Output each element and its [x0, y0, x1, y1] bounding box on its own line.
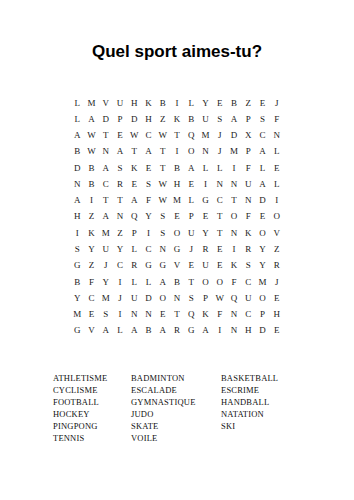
grid-cell[interactable]: A	[127, 323, 141, 339]
grid-cell[interactable]: U	[198, 258, 212, 274]
grid-cell[interactable]: Q	[127, 209, 141, 225]
grid-cell[interactable]: E	[198, 209, 212, 225]
grid-cell[interactable]: M	[255, 274, 269, 290]
grid-cell[interactable]: G	[70, 323, 84, 339]
grid-cell[interactable]: K	[170, 111, 184, 127]
grid-cell[interactable]: A	[84, 111, 98, 127]
word-list-item: ESCRIME	[221, 384, 278, 396]
grid-cell[interactable]: L	[184, 95, 198, 111]
grid-cell[interactable]: I	[70, 225, 84, 241]
word-list-item: JUDO	[131, 408, 196, 420]
grid-cell[interactable]: T	[213, 225, 227, 241]
grid-cell[interactable]: L	[184, 193, 198, 209]
puzzle-title: Quel sport aimes-tu?	[0, 42, 354, 62]
grid-cell[interactable]: U	[184, 225, 198, 241]
grid-cell[interactable]: B	[170, 274, 184, 290]
grid-cell[interactable]: N	[213, 176, 227, 192]
grid-cell[interactable]: E	[270, 160, 284, 176]
grid-cell[interactable]: Z	[156, 111, 170, 127]
grid-cell[interactable]: H	[141, 111, 155, 127]
word-list-item: VOILE	[131, 432, 196, 444]
grid-cell[interactable]: G	[184, 323, 198, 339]
grid-cell[interactable]: P	[241, 111, 255, 127]
grid-cell[interactable]: A	[99, 209, 113, 225]
grid-cell[interactable]: V	[270, 225, 284, 241]
grid-cell[interactable]: I	[84, 193, 98, 209]
grid-cell[interactable]: L	[141, 274, 155, 290]
grid-cell[interactable]: Y	[84, 241, 98, 257]
grid-cell[interactable]: B	[184, 111, 198, 127]
word-list-item: BADMINTON	[131, 372, 196, 384]
grid-cell[interactable]: N	[127, 306, 141, 322]
grid-cell[interactable]: D	[141, 290, 155, 306]
grid-cell[interactable]: L	[270, 144, 284, 160]
grid-cell[interactable]: A	[255, 176, 269, 192]
grid-cell[interactable]: V	[84, 323, 98, 339]
grid-cell[interactable]: A	[99, 323, 113, 339]
grid-cell[interactable]: N	[241, 193, 255, 209]
grid-cell[interactable]: T	[127, 144, 141, 160]
grid-cell[interactable]: S	[184, 290, 198, 306]
grid-cell[interactable]: R	[170, 323, 184, 339]
grid-cell[interactable]: Q	[227, 290, 241, 306]
grid-cell[interactable]: I	[141, 225, 155, 241]
grid-cell[interactable]: B	[84, 176, 98, 192]
grid-cell[interactable]: A	[70, 193, 84, 209]
grid-cell[interactable]: F	[241, 209, 255, 225]
grid-cell[interactable]: T	[213, 209, 227, 225]
word-list-item: TENNIS	[53, 432, 107, 444]
grid-cell[interactable]: Y	[141, 209, 155, 225]
grid-cell[interactable]: A	[255, 144, 269, 160]
grid-cell[interactable]: Q	[184, 306, 198, 322]
grid-cell[interactable]: N	[198, 144, 212, 160]
grid-cell[interactable]: A	[113, 144, 127, 160]
grid-cell[interactable]: K	[198, 306, 212, 322]
grid-cell[interactable]: H	[127, 95, 141, 111]
grid-cell[interactable]: L	[127, 241, 141, 257]
grid-cell[interactable]: C	[113, 258, 127, 274]
grid-cell[interactable]: K	[141, 95, 155, 111]
grid-cell[interactable]: E	[127, 176, 141, 192]
grid-cell[interactable]: I	[213, 323, 227, 339]
grid-cell[interactable]: B	[84, 160, 98, 176]
grid-cell[interactable]: I	[270, 193, 284, 209]
grid-cell[interactable]: F	[241, 160, 255, 176]
grid-cell[interactable]: I	[170, 144, 184, 160]
grid-cell[interactable]: B	[170, 160, 184, 176]
grid-cell[interactable]: V	[170, 258, 184, 274]
grid-cell[interactable]: O	[184, 144, 198, 160]
grid-cell[interactable]: S	[156, 209, 170, 225]
grid-cell[interactable]: N	[227, 306, 241, 322]
grid-cell[interactable]: R	[270, 258, 284, 274]
grid-cell[interactable]: L	[255, 160, 269, 176]
grid-cell[interactable]: X	[241, 128, 255, 144]
grid-cell[interactable]: W	[156, 176, 170, 192]
grid-cell[interactable]: C	[255, 128, 269, 144]
word-list-item: NATATION	[221, 408, 278, 420]
grid-cell[interactable]: O	[156, 290, 170, 306]
grid-cell[interactable]: L	[213, 160, 227, 176]
grid-cell[interactable]: J	[270, 95, 284, 111]
grid-cell[interactable]: J	[184, 241, 198, 257]
grid-cell[interactable]: E	[84, 306, 98, 322]
grid-cell[interactable]: H	[70, 209, 84, 225]
grid-cell[interactable]: G	[156, 258, 170, 274]
grid-cell[interactable]: E	[184, 176, 198, 192]
grid-cell[interactable]: N	[113, 209, 127, 225]
grid-cell[interactable]: F	[213, 306, 227, 322]
grid-cell[interactable]: L	[270, 176, 284, 192]
grid-cell[interactable]: E	[255, 95, 269, 111]
grid-cell[interactable]: T	[156, 160, 170, 176]
grid-cell[interactable]: T	[113, 193, 127, 209]
grid-cell[interactable]: T	[227, 193, 241, 209]
word-list-column: ATHLETISMECYCLISMEFOOTBALLHOCKEYPINGPONG…	[53, 372, 107, 445]
grid-cell[interactable]: B	[70, 274, 84, 290]
grid-cell[interactable]: A	[198, 323, 212, 339]
grid-cell[interactable]: S	[255, 111, 269, 127]
grid-cell[interactable]: P	[198, 290, 212, 306]
grid-cell[interactable]: M	[198, 128, 212, 144]
word-list-item: HOCKEY	[53, 408, 107, 420]
grid-cell[interactable]: N	[270, 128, 284, 144]
grid-cell[interactable]: O	[270, 209, 284, 225]
grid-cell[interactable]: E	[170, 209, 184, 225]
grid-cell[interactable]: A	[184, 160, 198, 176]
grid-cell[interactable]: S	[99, 306, 113, 322]
grid-cell[interactable]: N	[99, 144, 113, 160]
word-list-item: ESCALADE	[131, 384, 196, 396]
grid-cell[interactable]: Y	[198, 225, 212, 241]
grid-cell[interactable]: P	[241, 144, 255, 160]
grid-cell[interactable]: Z	[84, 258, 98, 274]
grid-cell[interactable]: P	[113, 111, 127, 127]
grid-cell[interactable]: T	[99, 193, 113, 209]
grid-cell[interactable]: H	[241, 323, 255, 339]
grid-cell[interactable]: R	[198, 241, 212, 257]
grid-cell[interactable]: T	[170, 306, 184, 322]
grid-cell[interactable]: M	[99, 290, 113, 306]
grid-cell[interactable]: C	[213, 193, 227, 209]
grid-cell[interactable]: I	[227, 241, 241, 257]
grid-cell[interactable]: N	[156, 241, 170, 257]
grid-cell[interactable]: P	[127, 225, 141, 241]
grid-cell[interactable]: F	[227, 274, 241, 290]
grid-cell[interactable]: W	[84, 128, 98, 144]
word-list-item: FOOTBALL	[53, 396, 107, 408]
grid-cell[interactable]: O	[255, 290, 269, 306]
grid-cell[interactable]: B	[70, 144, 84, 160]
grid-cell[interactable]: I	[170, 95, 184, 111]
grid-cell[interactable]: R	[113, 176, 127, 192]
grid-cell[interactable]: S	[213, 111, 227, 127]
grid-cell[interactable]: N	[227, 323, 241, 339]
grid-cell[interactable]: T	[99, 128, 113, 144]
grid-cell[interactable]: I	[113, 274, 127, 290]
grid-cell[interactable]: R	[127, 258, 141, 274]
word-list-item: ATHLETISME	[53, 372, 107, 384]
grid-cell[interactable]: G	[170, 241, 184, 257]
grid-cell[interactable]: Y	[255, 241, 269, 257]
grid-cell[interactable]: Z	[270, 241, 284, 257]
grid-cell[interactable]: W	[156, 193, 170, 209]
grid-cell[interactable]: S	[113, 160, 127, 176]
grid-cell[interactable]: L	[70, 111, 84, 127]
grid-cell[interactable]: O	[255, 225, 269, 241]
grid-cell[interactable]: P	[255, 306, 269, 322]
grid-cell[interactable]: N	[170, 290, 184, 306]
grid-cell[interactable]: S	[156, 225, 170, 241]
grid-cell[interactable]: E	[255, 209, 269, 225]
grid-cell[interactable]: F	[141, 193, 155, 209]
grid-cell[interactable]: M	[99, 225, 113, 241]
grid-cell[interactable]: C	[99, 176, 113, 192]
grid-cell[interactable]: D	[99, 111, 113, 127]
grid-cell[interactable]: E	[184, 258, 198, 274]
grid-cell[interactable]: D	[255, 193, 269, 209]
grid-cell[interactable]: H	[170, 176, 184, 192]
grid-cell[interactable]: E	[141, 160, 155, 176]
grid-cell[interactable]: O	[213, 274, 227, 290]
grid-cell[interactable]: K	[84, 225, 98, 241]
grid-cell[interactable]: U	[241, 290, 255, 306]
grid-cell[interactable]: A	[227, 111, 241, 127]
grid-cell[interactable]: E	[113, 128, 127, 144]
grid-cell[interactable]: Q	[184, 128, 198, 144]
word-list-item: BASKETBALL	[221, 372, 278, 384]
grid-cell[interactable]: A	[156, 274, 170, 290]
grid-cell[interactable]: A	[70, 128, 84, 144]
grid-cell[interactable]: B	[141, 323, 155, 339]
grid-cell[interactable]: D	[227, 128, 241, 144]
word-list-item: PINGPONG	[53, 420, 107, 432]
grid-cell[interactable]: Y	[99, 274, 113, 290]
grid-cell[interactable]: T	[170, 128, 184, 144]
word-list-item: HANDBALL	[221, 396, 278, 408]
grid-cell[interactable]: U	[127, 290, 141, 306]
grid-cell[interactable]: Y	[198, 95, 212, 111]
grid-cell[interactable]: N	[227, 225, 241, 241]
grid-cell[interactable]: S	[241, 258, 255, 274]
grid-cell[interactable]: U	[99, 241, 113, 257]
grid-cell[interactable]: E	[213, 258, 227, 274]
grid-cell[interactable]: B	[227, 95, 241, 111]
grid-cell[interactable]: J	[213, 144, 227, 160]
grid-cell[interactable]: K	[127, 160, 141, 176]
grid-cell[interactable]: C	[241, 274, 255, 290]
grid-cell[interactable]: W	[156, 128, 170, 144]
grid-cell[interactable]: G	[141, 258, 155, 274]
grid-cell[interactable]: F	[84, 274, 98, 290]
grid-cell[interactable]: J	[113, 290, 127, 306]
grid-cell[interactable]: L	[70, 95, 84, 111]
grid-cell[interactable]: J	[270, 274, 284, 290]
word-list-item: CYCLISME	[53, 384, 107, 396]
grid-cell[interactable]: E	[213, 241, 227, 257]
grid-cell[interactable]: C	[141, 241, 155, 257]
grid-cell[interactable]: J	[213, 128, 227, 144]
grid-cell[interactable]: C	[241, 306, 255, 322]
grid-cell[interactable]: M	[84, 95, 98, 111]
grid-cell[interactable]: O	[170, 225, 184, 241]
grid-cell[interactable]: Y	[113, 241, 127, 257]
grid-cell[interactable]: E	[270, 323, 284, 339]
grid-cell[interactable]: N	[70, 176, 84, 192]
grid-cell[interactable]: Z	[113, 225, 127, 241]
grid-cell[interactable]: E	[213, 95, 227, 111]
grid-cell[interactable]: C	[141, 128, 155, 144]
grid-cell[interactable]: Y	[255, 258, 269, 274]
grid-cell[interactable]: G	[70, 258, 84, 274]
word-list-item: GYMNASTIQUE	[131, 396, 196, 408]
grid-cell[interactable]: W	[84, 144, 98, 160]
grid-cell[interactable]: G	[198, 193, 212, 209]
grid-cell[interactable]: D	[127, 111, 141, 127]
grid-cell[interactable]: D	[255, 323, 269, 339]
grid-cell[interactable]: W	[127, 128, 141, 144]
word-list-column: BASKETBALLESCRIMEHANDBALLNATATIONSKI	[221, 372, 278, 432]
grid-cell[interactable]: Z	[241, 95, 255, 111]
grid-cell[interactable]: I	[113, 306, 127, 322]
grid-cell[interactable]: C	[84, 290, 98, 306]
grid-cell[interactable]: D	[70, 160, 84, 176]
grid-cell[interactable]: H	[270, 306, 284, 322]
grid-cell[interactable]: R	[241, 241, 255, 257]
grid-cell[interactable]: L	[113, 323, 127, 339]
grid-cell[interactable]: S	[70, 241, 84, 257]
grid-cell[interactable]: K	[227, 258, 241, 274]
grid-cell[interactable]: J	[99, 258, 113, 274]
grid-cell[interactable]: M	[70, 306, 84, 322]
grid-cell[interactable]: A	[127, 193, 141, 209]
grid-cell[interactable]: S	[141, 176, 155, 192]
grid-cell[interactable]: A	[141, 144, 155, 160]
grid-cell[interactable]: O	[198, 274, 212, 290]
grid-cell[interactable]: E	[156, 306, 170, 322]
grid-cell[interactable]: T	[184, 274, 198, 290]
grid-cell[interactable]: M	[227, 144, 241, 160]
grid-cell[interactable]: N	[141, 306, 155, 322]
grid-cell[interactable]: U	[198, 111, 212, 127]
word-list-item: SKI	[221, 420, 278, 432]
grid-cell[interactable]: E	[270, 290, 284, 306]
grid-cell[interactable]: A	[99, 160, 113, 176]
word-list-column: BADMINTONESCALADEGYMNASTIQUEJUDOSKATEVOI…	[131, 372, 196, 445]
grid-cell[interactable]: I	[198, 176, 212, 192]
grid-cell[interactable]: U	[113, 95, 127, 111]
grid-cell[interactable]: W	[213, 290, 227, 306]
word-search-grid: LMVUHKBILYEBZEJLADPDHZKBUSAPSFAWTEWCWTQM…	[70, 95, 284, 339]
grid-cell[interactable]: L	[198, 160, 212, 176]
grid-cell[interactable]: I	[227, 160, 241, 176]
grid-cell[interactable]: V	[99, 95, 113, 111]
grid-cell[interactable]: T	[156, 144, 170, 160]
word-list: ATHLETISMECYCLISMEFOOTBALLHOCKEYPINGPONG…	[0, 372, 354, 448]
word-list-item: SKATE	[131, 420, 196, 432]
grid-cell[interactable]: O	[227, 209, 241, 225]
grid-cell[interactable]: A	[156, 323, 170, 339]
worksheet-page: Quel sport aimes-tu? LMVUHKBILYEBZEJLADP…	[0, 0, 354, 500]
grid-cell[interactable]: M	[170, 193, 184, 209]
grid-cell[interactable]: U	[241, 176, 255, 192]
grid-cell[interactable]: Y	[70, 290, 84, 306]
grid-cell[interactable]: K	[241, 225, 255, 241]
grid-cell[interactable]: F	[270, 111, 284, 127]
grid-cell[interactable]: N	[227, 176, 241, 192]
grid-cell[interactable]: Z	[84, 209, 98, 225]
grid-cell[interactable]: P	[184, 209, 198, 225]
grid-cell[interactable]: B	[156, 95, 170, 111]
grid-cell[interactable]: L	[127, 274, 141, 290]
